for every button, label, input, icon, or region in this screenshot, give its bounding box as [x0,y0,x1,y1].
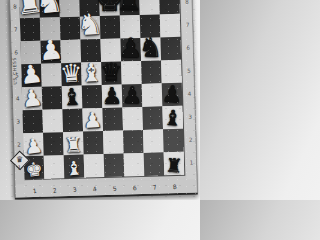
square-f3 [122,107,143,131]
square-g1 [144,152,165,176]
square-g4 [142,83,163,107]
rank-label-left-4: 4 [14,95,21,101]
square-d5: ♝ [81,62,102,86]
rank-label-left-3: 3 [15,118,22,124]
piece-white-bishop: ♝ [65,158,83,178]
table-background: { "game": "chess", "scene": "overhead gr… [0,0,200,200]
square-b3 [42,109,63,133]
rank-label-left-1: 1 [16,164,23,170]
square-e1 [104,153,125,177]
piece-black-queen: ♛ [100,60,123,85]
piece-black-pawn: ♟ [161,82,183,106]
file-label-7: 7 [144,181,164,193]
rank-label-right-1: 1 [188,159,195,165]
piece-black-bishop: ♝ [163,107,183,129]
square-b4 [42,86,63,110]
square-b6: ♟ [40,40,61,64]
square-f4: ♟ [122,84,143,108]
rank-label-right-8: 8 [183,0,190,5]
file-label-8: 8 [164,180,184,192]
square-a1: ♚ [24,156,45,180]
square-g5 [141,60,162,84]
rank-label-right-4: 4 [186,91,193,97]
piece-white-pawn: ♟ [83,110,103,132]
piece-white-knight: ♞ [76,10,103,40]
square-h4: ♟ [162,83,183,107]
square-c4: ♝ [62,86,83,110]
square-c2: ♜ [63,132,84,156]
piece-black-pawn: ♟ [102,85,123,108]
file-label-5: 5 [104,182,124,194]
rank-label-left-6: 6 [13,49,20,55]
rank-label-right-2: 2 [187,136,194,142]
file-label-3: 3 [64,183,84,195]
board-grid: ♜♞♚♜♞♟♟♞♟♛♝♛♟♝♟♟♟♟♝♟♜♚♝♜ [19,0,184,179]
piece-black-rook: ♜ [115,0,143,15]
piece-black-rook: ♜ [165,155,183,175]
file-label-1: 1 [24,184,44,196]
square-a3 [22,110,43,134]
square-g2 [143,129,164,153]
rank-label-right-5: 5 [185,68,192,74]
square-e2 [103,130,124,154]
piece-black-pawn: ♟ [122,84,143,107]
rank-label-left-2: 2 [15,141,22,147]
crown-glyph: ♛ [16,156,23,164]
square-a2: ♟ [23,133,44,157]
square-a4: ♟ [22,87,43,111]
square-e4: ♟ [102,84,123,108]
rank-label-right-6: 6 [185,45,192,51]
piece-black-knight: ♞ [138,33,163,61]
square-h3: ♝ [162,106,183,130]
rank-label-right-7: 7 [184,22,191,28]
piece-white-king: ♚ [24,159,43,180]
square-g3 [142,106,163,130]
square-h1: ♜ [164,152,185,176]
file-label-2: 2 [44,184,64,196]
square-d1 [84,154,105,178]
square-h2 [163,129,184,153]
square-h6 [160,37,181,61]
square-d4 [82,85,103,109]
square-g6: ♞ [140,37,161,61]
square-d7: ♞ [80,16,101,40]
piece-white-knight: ♞ [34,0,65,19]
square-b8: ♞ [39,0,60,18]
piece-black-bishop: ♝ [61,85,83,109]
piece-white-rook: ♜ [64,134,83,155]
square-e5: ♛ [101,61,122,85]
square-h8 [159,0,180,14]
square-b1 [44,155,65,179]
square-d2 [83,131,104,155]
rank-label-left-7: 7 [12,26,19,32]
file-label-4: 4 [84,183,104,195]
piece-white-pawn: ♟ [23,135,43,157]
square-b5 [41,63,62,87]
square-f2 [123,130,144,154]
square-b2 [43,132,64,156]
square-c1: ♝ [64,155,85,179]
square-c3 [62,109,83,133]
square-e3 [102,107,123,131]
file-label-6: 6 [124,182,144,194]
square-d3: ♟ [82,108,103,132]
board-border-bottom: 12345678 [15,179,196,197]
square-f5 [121,61,142,85]
rank-label-right-3: 3 [187,113,194,119]
square-f8: ♜ [119,0,140,16]
square-f1 [124,153,145,177]
piece-white-pawn: ♟ [20,86,43,111]
chess-board: ♜♞♚♜♞♟♟♞♟♛♝♛♟♝♟♟♟♟♝♟♜♚♝♜ US CHESS ♛ 8765… [9,0,198,198]
